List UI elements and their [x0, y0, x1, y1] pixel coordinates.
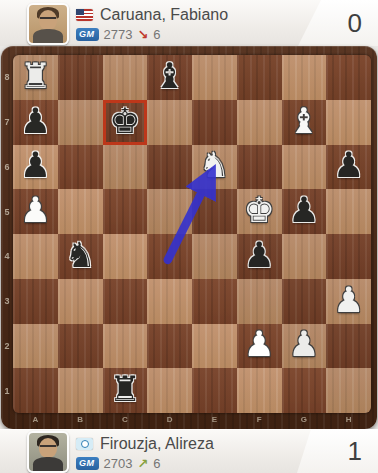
square-f6[interactable]: [237, 145, 282, 190]
square-d4[interactable]: [147, 234, 192, 279]
square-a1[interactable]: [13, 368, 58, 413]
avatar-firouzja: [27, 431, 69, 473]
square-f7[interactable]: [237, 100, 282, 145]
rank-label-4: 4: [1, 251, 13, 261]
square-d3[interactable]: [147, 279, 192, 324]
black-bishop[interactable]: ♝: [154, 59, 185, 94]
title-badge-bottom: GM: [76, 457, 99, 470]
white-pawn[interactable]: ♟: [243, 327, 274, 362]
square-h2[interactable]: [326, 324, 371, 369]
square-e3[interactable]: [192, 279, 237, 324]
player-name-top: Caruana, Fabiano: [100, 6, 228, 24]
black-knight[interactable]: ♞: [64, 238, 95, 273]
square-g8[interactable]: [282, 55, 327, 100]
black-pawn[interactable]: ♟: [20, 148, 51, 183]
square-g5[interactable]: ♟: [282, 189, 327, 234]
rank-label-7: 7: [1, 117, 13, 127]
white-rook[interactable]: ♜: [20, 59, 51, 94]
square-f1[interactable]: [237, 368, 282, 413]
black-rook[interactable]: ♜: [109, 372, 140, 407]
square-e8[interactable]: [192, 55, 237, 100]
square-a3[interactable]: [13, 279, 58, 324]
white-bishop[interactable]: ♝: [288, 104, 319, 139]
square-d7[interactable]: [147, 100, 192, 145]
square-c5[interactable]: [103, 189, 148, 234]
square-b1[interactable]: [58, 368, 103, 413]
square-h8[interactable]: [326, 55, 371, 100]
square-h3[interactable]: ♟: [326, 279, 371, 324]
square-a4[interactable]: [13, 234, 58, 279]
rating-bottom: 2703: [104, 456, 133, 471]
title-badge-top: GM: [76, 28, 99, 41]
square-a2[interactable]: [13, 324, 58, 369]
rating-trend-up-icon: ↗: [137, 456, 148, 471]
square-e4[interactable]: [192, 234, 237, 279]
square-a8[interactable]: ♜: [13, 55, 58, 100]
avatar-torso: [33, 457, 63, 473]
square-e5[interactable]: [192, 189, 237, 234]
square-c4[interactable]: [103, 234, 148, 279]
square-d1[interactable]: [147, 368, 192, 413]
rank-label-2: 2: [1, 341, 13, 351]
square-f8[interactable]: [237, 55, 282, 100]
black-king[interactable]: ♚: [109, 104, 140, 139]
square-h4[interactable]: [326, 234, 371, 279]
square-e6[interactable]: ♞: [192, 145, 237, 190]
square-c1[interactable]: ♜: [103, 368, 148, 413]
score-top: 0: [348, 8, 362, 39]
square-c6[interactable]: [103, 145, 148, 190]
white-pawn[interactable]: ♟: [20, 193, 51, 228]
file-label-g: G: [282, 415, 327, 427]
file-label-d: D: [147, 415, 192, 427]
square-e2[interactable]: [192, 324, 237, 369]
score-bottom: 1: [348, 436, 362, 467]
square-g1[interactable]: [282, 368, 327, 413]
chess-board-frame: ♜♝♟♚♝♟♞♟♟♚♟♞♟♟♟♟♜ 87654321 ABCDEFGH: [1, 46, 377, 429]
player-bar-top: Caruana, Fabiano GM 2773 ↘ 6 0: [0, 0, 378, 46]
white-knight[interactable]: ♞: [199, 148, 230, 183]
black-pawn[interactable]: ♟: [243, 238, 274, 273]
square-b2[interactable]: [58, 324, 103, 369]
file-label-a: A: [13, 415, 58, 427]
rank-label-5: 5: [1, 207, 13, 217]
rank-label-1: 1: [1, 386, 13, 396]
square-e1[interactable]: [192, 368, 237, 413]
rating-trend-down-icon: ↘: [137, 27, 148, 42]
square-g3[interactable]: [282, 279, 327, 324]
square-h6[interactable]: ♟: [326, 145, 371, 190]
board-grid[interactable]: ♜♝♟♚♝♟♞♟♟♚♟♞♟♟♟♟♜: [13, 55, 371, 413]
rank-label-8: 8: [1, 72, 13, 82]
chess-board[interactable]: ♜♝♟♚♝♟♞♟♟♚♟♞♟♟♟♟♜: [13, 55, 371, 413]
square-a6[interactable]: ♟: [13, 145, 58, 190]
square-d6[interactable]: [147, 145, 192, 190]
square-f2[interactable]: ♟: [237, 324, 282, 369]
black-pawn[interactable]: ♟: [288, 193, 319, 228]
fide-flag-icon: [76, 438, 93, 450]
square-h5[interactable]: [326, 189, 371, 234]
rank-label-3: 3: [1, 296, 13, 306]
player-name-bottom: Firouzja, Alireza: [100, 435, 214, 453]
square-d5[interactable]: [147, 189, 192, 234]
square-b6[interactable]: [58, 145, 103, 190]
square-f3[interactable]: [237, 279, 282, 324]
square-e7[interactable]: [192, 100, 237, 145]
square-b8[interactable]: [58, 55, 103, 100]
square-a7[interactable]: ♟: [13, 100, 58, 145]
square-f5[interactable]: ♚: [237, 189, 282, 234]
square-a5[interactable]: ♟: [13, 189, 58, 234]
square-b5[interactable]: [58, 189, 103, 234]
avatar-torso: [33, 29, 63, 45]
square-h1[interactable]: [326, 368, 371, 413]
square-g7[interactable]: ♝: [282, 100, 327, 145]
usa-flag-icon: [76, 9, 93, 21]
square-d2[interactable]: [147, 324, 192, 369]
file-label-f: F: [237, 415, 282, 427]
white-pawn[interactable]: ♟: [333, 283, 364, 318]
rating-trend-value-top: 6: [153, 27, 160, 42]
white-pawn[interactable]: ♟: [288, 327, 319, 362]
square-g2[interactable]: ♟: [282, 324, 327, 369]
avatar-caruana: [27, 3, 69, 45]
square-h7[interactable]: [326, 100, 371, 145]
white-king[interactable]: ♚: [243, 193, 274, 228]
square-g6[interactable]: [282, 145, 327, 190]
square-c8[interactable]: [103, 55, 148, 100]
square-d8[interactable]: ♝: [147, 55, 192, 100]
file-label-h: H: [326, 415, 371, 427]
square-c7[interactable]: ♚: [103, 100, 148, 145]
file-label-e: E: [192, 415, 237, 427]
rank-label-6: 6: [1, 162, 13, 172]
file-label-b: B: [58, 415, 103, 427]
square-f4[interactable]: ♟: [237, 234, 282, 279]
avatar-glasses: [40, 17, 56, 23]
black-pawn[interactable]: ♟: [333, 148, 364, 183]
avatar-glasses: [40, 445, 56, 451]
square-g4[interactable]: [282, 234, 327, 279]
square-b7[interactable]: [58, 100, 103, 145]
square-b3[interactable]: [58, 279, 103, 324]
file-label-c: C: [103, 415, 148, 427]
rating-trend-value-bottom: 6: [153, 456, 160, 471]
square-b4[interactable]: ♞: [58, 234, 103, 279]
square-c3[interactable]: [103, 279, 148, 324]
square-c2[interactable]: [103, 324, 148, 369]
rating-top: 2773: [104, 27, 133, 42]
black-pawn[interactable]: ♟: [20, 104, 51, 139]
player-bar-bottom: Firouzja, Alireza GM 2703 ↗ 6 1: [0, 429, 378, 473]
